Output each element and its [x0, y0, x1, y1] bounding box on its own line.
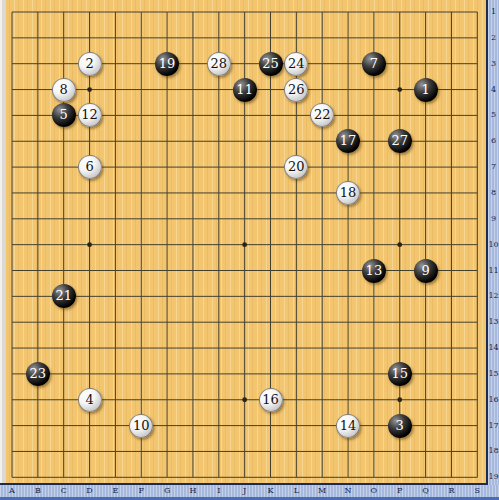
star-point — [87, 242, 92, 247]
star-point — [397, 87, 402, 92]
stone-move-12-white[interactable]: 12 — [78, 103, 102, 127]
row-label-2: 2 — [488, 34, 499, 42]
star-point — [397, 242, 402, 247]
go-board-window: 1234567891011121314151617181920212223242… — [0, 0, 499, 500]
column-label-H: H — [186, 485, 200, 497]
column-label-J: J — [238, 485, 252, 497]
row-label-1: 1 — [488, 8, 499, 16]
column-label-B: B — [31, 485, 45, 497]
row-label-6: 6 — [488, 137, 499, 145]
star-point — [242, 397, 247, 402]
column-label-M: M — [315, 485, 329, 497]
column-label-A: A — [5, 485, 19, 497]
stone-move-15-black[interactable]: 15 — [388, 362, 412, 386]
stone-move-13-black[interactable]: 13 — [362, 259, 386, 283]
row-label-9: 9 — [488, 215, 499, 223]
stone-move-25-black[interactable]: 25 — [259, 52, 283, 76]
column-label-O: O — [367, 485, 381, 497]
row-label-19: 19 — [488, 473, 499, 481]
stone-move-23-black[interactable]: 23 — [26, 362, 50, 386]
column-label-N: N — [341, 485, 355, 497]
stone-move-9-black[interactable]: 9 — [414, 259, 438, 283]
stone-move-4-white[interactable]: 4 — [78, 388, 102, 412]
board-grid — [5, 0, 486, 483]
stone-move-11-black[interactable]: 11 — [233, 78, 257, 102]
column-label-S: S — [470, 485, 484, 497]
stone-move-21-black[interactable]: 21 — [52, 284, 76, 308]
stone-move-3-black[interactable]: 3 — [388, 414, 412, 438]
stone-move-28-white[interactable]: 28 — [207, 52, 231, 76]
stone-move-26-white[interactable]: 26 — [284, 78, 308, 102]
column-label-D: D — [83, 485, 97, 497]
row-label-8: 8 — [488, 189, 499, 197]
column-label-E: E — [108, 485, 122, 497]
stone-move-24-white[interactable]: 24 — [284, 52, 308, 76]
column-label-C: C — [57, 485, 71, 497]
star-point — [87, 87, 92, 92]
stone-move-14-white[interactable]: 14 — [336, 414, 360, 438]
star-point — [397, 397, 402, 402]
column-labels-strip: ABCDEFGHIJKLMNOPQRS — [0, 485, 499, 497]
stone-move-10-white[interactable]: 10 — [129, 414, 153, 438]
row-label-13: 13 — [488, 318, 499, 326]
stone-move-7-black[interactable]: 7 — [362, 52, 386, 76]
row-label-4: 4 — [488, 86, 499, 94]
stone-move-2-white[interactable]: 2 — [78, 52, 102, 76]
row-label-15: 15 — [488, 370, 499, 378]
column-label-I: I — [212, 485, 226, 497]
row-label-14: 14 — [488, 344, 499, 352]
row-label-11: 11 — [488, 267, 499, 275]
row-label-5: 5 — [488, 111, 499, 119]
stone-move-27-black[interactable]: 27 — [388, 129, 412, 153]
stone-move-8-white[interactable]: 8 — [52, 78, 76, 102]
column-label-K: K — [264, 485, 278, 497]
row-label-7: 7 — [488, 163, 499, 171]
stone-move-19-black[interactable]: 19 — [155, 52, 179, 76]
stone-move-1-black[interactable]: 1 — [414, 78, 438, 102]
column-label-P: P — [393, 485, 407, 497]
row-labels-strip: 12345678910111213141516171819 — [488, 0, 499, 497]
go-board[interactable]: 1234567891011121314151617181920212223242… — [5, 0, 486, 483]
star-point — [242, 242, 247, 247]
column-label-R: R — [444, 485, 458, 497]
stone-move-5-black[interactable]: 5 — [52, 103, 76, 127]
stone-move-16-white[interactable]: 16 — [259, 388, 283, 412]
row-label-3: 3 — [488, 60, 499, 68]
row-label-18: 18 — [488, 447, 499, 455]
row-label-16: 16 — [488, 396, 499, 404]
stone-move-6-white[interactable]: 6 — [78, 155, 102, 179]
column-label-Q: Q — [419, 485, 433, 497]
stone-move-18-white[interactable]: 18 — [336, 181, 360, 205]
row-label-17: 17 — [488, 422, 499, 430]
column-label-L: L — [289, 485, 303, 497]
row-label-12: 12 — [488, 292, 499, 300]
column-label-F: F — [134, 485, 148, 497]
row-label-10: 10 — [488, 241, 499, 249]
column-label-G: G — [160, 485, 174, 497]
